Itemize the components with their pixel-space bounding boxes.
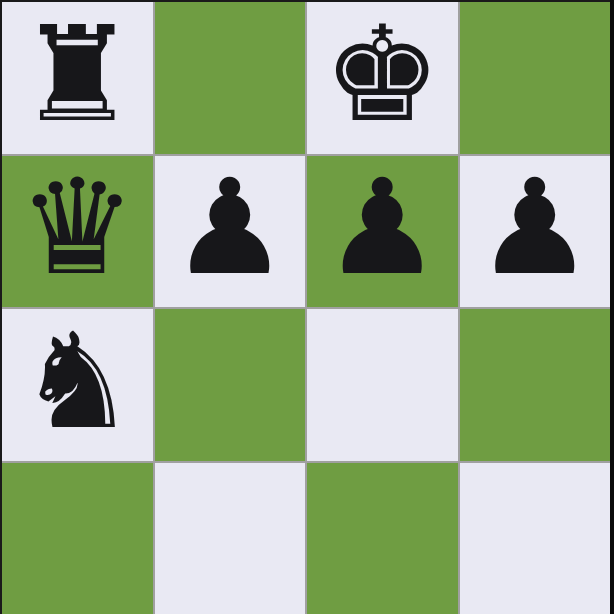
square-b5[interactable] — [155, 463, 306, 614]
black-pawn-piece[interactable]: ♟ — [476, 161, 594, 293]
square-d7[interactable]: ♟ — [460, 156, 611, 308]
black-pawn-piece[interactable]: ♟ — [171, 161, 289, 293]
square-c8[interactable]: ♚ — [307, 2, 458, 154]
square-b6[interactable] — [155, 309, 306, 461]
black-pawn-piece[interactable]: ♟ — [323, 161, 441, 293]
square-d8[interactable] — [460, 2, 611, 154]
square-b8[interactable] — [155, 2, 306, 154]
square-b7[interactable]: ♟ — [155, 156, 306, 308]
square-a8[interactable]: ♜ — [2, 2, 153, 154]
black-rook-piece[interactable]: ♜ — [18, 8, 136, 140]
square-c6[interactable] — [307, 309, 458, 461]
square-a5[interactable] — [2, 463, 153, 614]
square-d5[interactable] — [460, 463, 611, 614]
square-c7[interactable]: ♟ — [307, 156, 458, 308]
black-king-piece[interactable]: ♚ — [323, 8, 441, 140]
black-knight-piece[interactable]: ♞ — [18, 315, 136, 447]
square-a7[interactable]: ♛ — [2, 156, 153, 308]
black-queen-piece[interactable]: ♛ — [18, 161, 136, 293]
chessboard-screenshot: ♜ ♚ ♛ ♟ ♟ ♟ ♞ — [0, 0, 614, 614]
square-c5[interactable] — [307, 463, 458, 614]
square-a6[interactable]: ♞ — [2, 309, 153, 461]
chess-board: ♜ ♚ ♛ ♟ ♟ ♟ ♞ — [0, 0, 610, 614]
square-d6[interactable] — [460, 309, 611, 461]
